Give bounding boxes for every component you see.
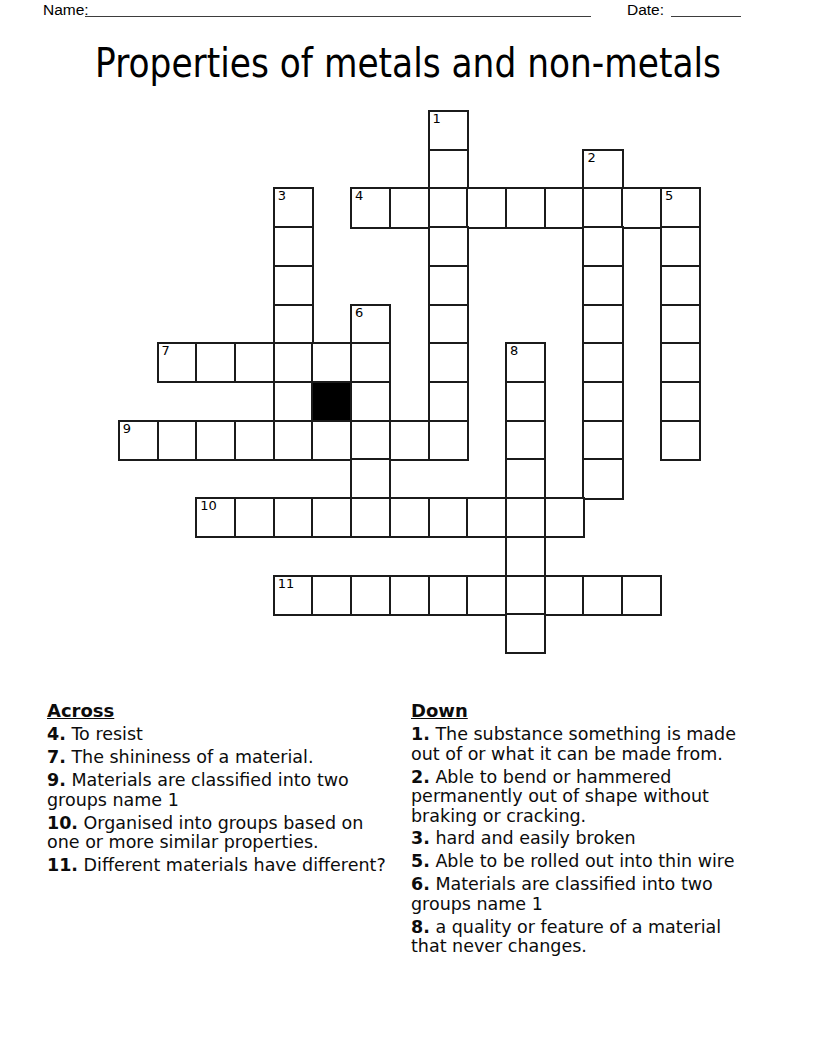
clue-down-3: 3. hard and easily broken [411,829,796,848]
cell-r4c12[interactable] [582,265,623,306]
cell-number: 10 [200,499,217,513]
clue-line: 3. hard and easily broken [411,829,796,848]
cell-r8c2[interactable] [195,420,236,461]
cell-r2c14[interactable]: 5 [660,187,701,228]
clue-number: 4. [47,724,66,744]
cell-r2c6[interactable]: 4 [350,187,391,228]
clue-down-1: 1. The substance something is madeout of… [411,725,796,764]
cell-r10c2[interactable]: 10 [195,497,236,538]
cell-r6c5[interactable] [311,342,352,383]
clue-line: braking or cracking. [411,807,796,826]
cell-r2c7[interactable] [389,187,430,228]
cell-r8c12[interactable] [582,420,623,461]
clue-line: 1. The substance something is made [411,725,796,744]
clue-number: 7. [47,747,66,767]
clue-number: 8. [411,917,430,937]
clue-line: 4. To resist [47,725,417,744]
cell-r3c4[interactable] [273,226,314,267]
cell-r8c10[interactable] [505,420,546,461]
clue-line: 10. Organised into groups based on [47,814,417,833]
cell-r8c5[interactable] [311,420,352,461]
cell-r6c14[interactable] [660,342,701,383]
cell-r5c12[interactable] [582,304,623,345]
cell-r6c8[interactable] [428,342,469,383]
cell-r6c2[interactable] [195,342,236,383]
cell-r12c11[interactable] [544,575,585,616]
clue-line: that never changes. [411,937,796,956]
cell-r10c9[interactable] [466,497,507,538]
cell-r2c9[interactable] [466,187,507,228]
cell-number: 6 [355,306,363,320]
clue-down-8: 8. a quality or feature of a materialtha… [411,918,796,957]
across-clue-list: 4. To resist7. The shininess of a materi… [47,725,417,875]
clue-line: 9. Materials are classified into two [47,771,417,790]
clue-down-5: 5. Able to be rolled out into thin wire [411,852,796,871]
clue-line: one or more similar properties. [47,833,417,852]
cell-r6c3[interactable] [234,342,275,383]
name-label: Name: [43,1,89,19]
cell-r1c12[interactable]: 2 [582,149,623,190]
cell-r10c3[interactable] [234,497,275,538]
crossword-grid: 1234567891011 [118,110,703,657]
cell-number: 9 [123,422,131,436]
cell-r3c14[interactable] [660,226,701,267]
cell-r12c8[interactable] [428,575,469,616]
cell-r9c10[interactable] [505,458,546,499]
clue-number: 11. [47,855,78,875]
cell-r10c10[interactable] [505,497,546,538]
clue-down-2: 2. Able to bend or hammeredpermanently o… [411,768,796,826]
cell-number: 5 [665,189,673,203]
cell-r8c3[interactable] [234,420,275,461]
clue-number: 10. [47,813,78,833]
cell-r6c4[interactable] [273,342,314,383]
cell-r8c8[interactable] [428,420,469,461]
clue-line: 11. Different materials have different? [47,856,417,875]
cell-r10c6[interactable] [350,497,391,538]
cell-r12c4[interactable]: 11 [273,575,314,616]
clue-number: 2. [411,767,430,787]
cell-r8c6[interactable] [350,420,391,461]
cell-r6c1[interactable]: 7 [157,342,198,383]
clue-line: groups name 1 [47,791,417,810]
clue-line: 5. Able to be rolled out into thin wire [411,852,796,871]
clue-line: 8. a quality or feature of a material [411,918,796,937]
cell-r8c1[interactable] [157,420,198,461]
cell-r11c10[interactable] [505,536,546,577]
clue-across-7: 7. The shininess of a material. [47,748,417,767]
cell-r2c10[interactable] [505,187,546,228]
clue-line: 6. Materials are classified into two [411,875,796,894]
cell-number: 11 [278,577,295,591]
cell-r4c4[interactable] [273,265,314,306]
date-line[interactable] [671,16,741,17]
cell-r2c13[interactable] [621,187,662,228]
cell-number: 3 [278,189,286,203]
worksheet-page: Name: Date: Properties of metals and non… [0,0,816,1056]
cell-r12c7[interactable] [389,575,430,616]
clue-across-9: 9. Materials are classified into twogrou… [47,771,417,810]
clue-line: permanently out of shape without [411,787,796,806]
clue-line: 2. Able to bend or hammered [411,768,796,787]
cell-r10c5[interactable] [311,497,352,538]
cell-r12c12[interactable] [582,575,623,616]
cell-r2c4[interactable]: 3 [273,187,314,228]
cell-r7c8[interactable] [428,381,469,422]
cell-number: 7 [162,344,170,358]
clue-line: out of or what it can be made from. [411,745,796,764]
cell-r2c8[interactable] [428,187,469,228]
cell-r8c14[interactable] [660,420,701,461]
cell-r10c8[interactable] [428,497,469,538]
clue-line: 7. The shininess of a material. [47,748,417,767]
cell-r3c12[interactable] [582,226,623,267]
cell-r4c14[interactable] [660,265,701,306]
cell-r8c7[interactable] [389,420,430,461]
across-header: Across [47,701,417,720]
cell-r13c10[interactable] [505,613,546,654]
cell-r6c6[interactable] [350,342,391,383]
cell-number: 4 [355,189,363,203]
name-line[interactable] [85,16,591,17]
clue-number: 9. [47,770,66,790]
cell-r1c8[interactable] [428,149,469,190]
cell-r2c11[interactable] [544,187,585,228]
cell-r5c8[interactable] [428,304,469,345]
cell-r7c12[interactable] [582,381,623,422]
cell-r7c4[interactable] [273,381,314,422]
cell-r3c8[interactable] [428,226,469,267]
cell-r12c6[interactable] [350,575,391,616]
clue-down-6: 6. Materials are classified into twogrou… [411,875,796,914]
cell-r7c10[interactable] [505,381,546,422]
clue-across-11: 11. Different materials have different? [47,856,417,875]
cell-number: 1 [433,112,441,126]
cell-number: 2 [587,151,595,165]
page-title: Properties of metals and non-metals [57,39,759,87]
cell-number: 8 [510,344,518,358]
cell-r12c10[interactable] [505,575,546,616]
clue-number: 5. [411,851,430,871]
cell-r12c5[interactable] [311,575,352,616]
clue-line: groups name 1 [411,895,796,914]
cell-r7c6[interactable] [350,381,391,422]
down-clue-list: 1. The substance something is madeout of… [411,725,796,956]
across-clues-section: Across 4. To resist7. The shininess of a… [47,701,417,879]
clue-across-10: 10. Organised into groups based onone or… [47,814,417,853]
black-cell-r7c5 [311,381,352,422]
cell-r10c7[interactable] [389,497,430,538]
cell-r5c14[interactable] [660,304,701,345]
cell-r5c4[interactable] [273,304,314,345]
cell-r9c12[interactable] [582,458,623,499]
cell-r0c8[interactable]: 1 [428,110,469,151]
cell-r12c9[interactable] [466,575,507,616]
cell-r10c4[interactable] [273,497,314,538]
down-header: Down [411,701,796,720]
clue-number: 3. [411,828,430,848]
cell-r6c10[interactable]: 8 [505,342,546,383]
clue-across-4: 4. To resist [47,725,417,744]
cell-r12c13[interactable] [621,575,662,616]
cell-r2c12[interactable] [582,187,623,228]
down-clues-section: Down 1. The substance something is madeo… [411,701,796,960]
cell-r4c8[interactable] [428,265,469,306]
cell-r10c11[interactable] [544,497,585,538]
date-label: Date: [627,1,664,19]
cell-r6c12[interactable] [582,342,623,383]
cell-r8c4[interactable] [273,420,314,461]
cell-r7c14[interactable] [660,381,701,422]
cell-r8c0[interactable]: 9 [118,420,159,461]
clue-number: 6. [411,874,430,894]
cell-r9c6[interactable] [350,458,391,499]
clue-number: 1. [411,724,430,744]
cell-r5c6[interactable]: 6 [350,304,391,345]
